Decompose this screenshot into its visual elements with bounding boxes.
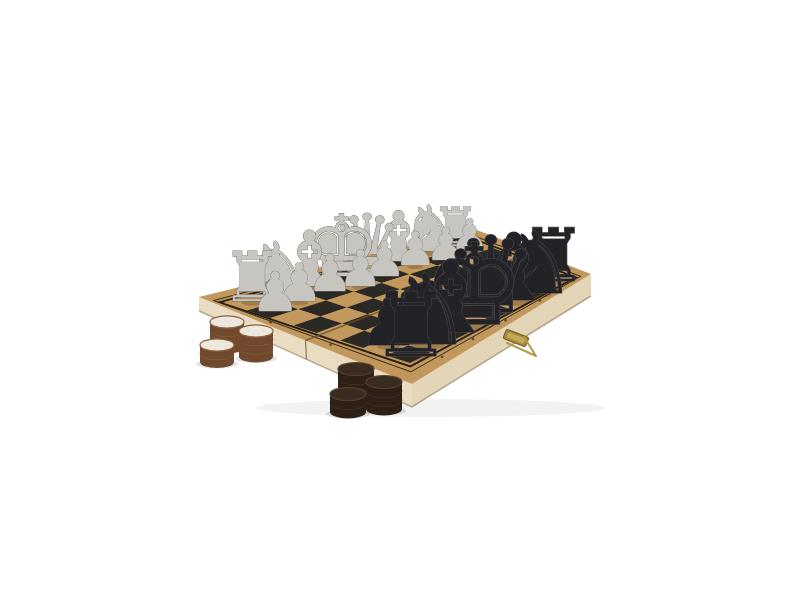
- checker-disc-top: [366, 376, 402, 389]
- checker-disc-top: [210, 316, 244, 328]
- piece-white-pawn-h2[interactable]: ♟: [251, 260, 300, 324]
- checker-disc-top: [338, 363, 374, 376]
- checker-disc-top: [200, 339, 234, 351]
- checker-stack-white-3[interactable]: [196, 339, 238, 369]
- checker-stack-dark-2[interactable]: [362, 376, 406, 416]
- checker-stack-white-2[interactable]: [235, 325, 277, 363]
- checker-disc-top: [330, 388, 366, 401]
- checker-disc-top: [239, 325, 273, 337]
- piece-glyph: ♜: [371, 274, 451, 377]
- checker-stack-dark-3[interactable]: [326, 388, 370, 419]
- border-dot: [329, 343, 332, 346]
- product-photo-scene: ♜♟♞♟♝♟♛♟♚♟♜♟♟♝♟♞♞♟♝♜♟♟♟♛♟♚♟♝♟♞♟♜: [0, 0, 810, 590]
- piece-glyph: ♟: [251, 260, 300, 324]
- board-ground-shadow: [255, 399, 605, 417]
- chess-set-photo: ♜♟♞♟♝♟♛♟♚♟♜♟♟♝♟♞♞♟♝♜♟♟♟♛♟♚♟♝♟♞♟♜: [0, 0, 810, 590]
- piece-black-rook-h8[interactable]: ♜: [371, 274, 451, 377]
